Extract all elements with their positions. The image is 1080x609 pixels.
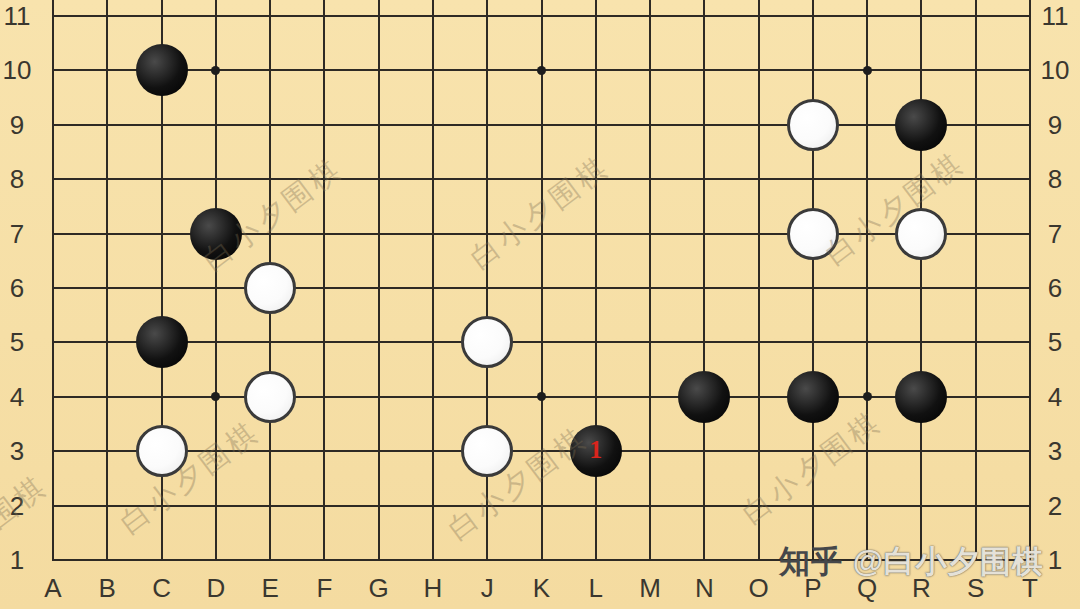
star-point-K10	[537, 66, 546, 75]
row-label-left-6: 6	[10, 273, 24, 304]
col-label-K: K	[533, 573, 550, 604]
grid-hline-2	[52, 505, 1031, 507]
stone-black-N4[interactable]	[678, 371, 730, 423]
row-label-right-8: 8	[1048, 164, 1062, 195]
col-label-E: E	[261, 573, 278, 604]
star-point-Q4	[863, 392, 872, 401]
grid-hline-8	[52, 178, 1031, 180]
grid-hline-6	[52, 287, 1031, 289]
col-label-A: A	[44, 573, 61, 604]
col-label-N: N	[695, 573, 714, 604]
grid-hline-5	[52, 341, 1031, 343]
col-label-O: O	[749, 573, 769, 604]
stone-white-P9[interactable]	[787, 99, 839, 151]
grid-vline-M	[649, 0, 651, 561]
watermark-text-3: 白小夕围棋	[817, 143, 973, 274]
grid-vline-S	[975, 0, 977, 561]
grid-vline-R	[920, 0, 922, 561]
row-label-right-10: 10	[1041, 55, 1070, 86]
row-label-right-6: 6	[1048, 273, 1062, 304]
col-label-G: G	[369, 573, 389, 604]
grid-vline-A	[52, 0, 54, 561]
grid-vline-B	[106, 0, 108, 561]
col-label-D: D	[206, 573, 225, 604]
stone-white-E6[interactable]	[244, 262, 296, 314]
row-label-right-2: 2	[1048, 490, 1062, 521]
col-label-M: M	[639, 573, 661, 604]
credit-separator	[843, 544, 853, 579]
grid-vline-Q	[866, 0, 868, 561]
row-label-left-8: 8	[10, 164, 24, 195]
row-label-right-7: 7	[1048, 218, 1062, 249]
row-label-left-10: 10	[3, 55, 32, 86]
stone-black-R4[interactable]	[895, 371, 947, 423]
star-point-K4	[537, 392, 546, 401]
row-label-left-5: 5	[10, 327, 24, 358]
col-label-J: J	[481, 573, 494, 604]
stone-black-P4[interactable]	[787, 371, 839, 423]
row-label-left-7: 7	[10, 218, 24, 249]
go-board-diagram: 111111010998877665544332211ABCDEFGHJKLMN…	[0, 0, 1080, 609]
stone-black-R9[interactable]	[895, 99, 947, 151]
grid-vline-H	[432, 0, 434, 561]
grid-vline-O	[758, 0, 760, 561]
grid-vline-F	[323, 0, 325, 561]
author-handle: @白小夕围棋	[853, 544, 1044, 579]
grid-vline-N	[703, 0, 705, 561]
stone-white-E4[interactable]	[244, 371, 296, 423]
watermark-text-5: 白小夕围棋	[112, 412, 268, 543]
row-label-right-4: 4	[1048, 381, 1062, 412]
col-label-B: B	[99, 573, 116, 604]
col-label-F: F	[316, 573, 332, 604]
row-label-left-4: 4	[10, 381, 24, 412]
row-label-left-11: 11	[4, 1, 31, 32]
zhihu-logo-text: 知乎	[779, 544, 843, 579]
grid-vline-T	[1029, 0, 1031, 561]
row-label-right-5: 5	[1048, 327, 1062, 358]
row-label-right-11: 11	[1042, 1, 1069, 32]
star-point-D4	[211, 392, 220, 401]
grid-hline-9	[52, 124, 1031, 126]
col-label-C: C	[152, 573, 171, 604]
stone-black-C10[interactable]	[136, 44, 188, 96]
star-point-D10	[211, 66, 220, 75]
grid-vline-G	[378, 0, 380, 561]
row-label-left-1: 1	[10, 545, 24, 576]
col-label-H: H	[424, 573, 443, 604]
row-label-right-1: 1	[1048, 545, 1062, 576]
zhihu-credit-watermark: 知乎 @白小夕围棋	[779, 541, 1044, 583]
row-label-left-3: 3	[10, 436, 24, 467]
star-point-Q10	[863, 66, 872, 75]
col-label-L: L	[589, 573, 603, 604]
row-label-right-9: 9	[1048, 109, 1062, 140]
stone-white-J5[interactable]	[461, 316, 513, 368]
row-label-left-9: 9	[10, 109, 24, 140]
grid-hline-11	[52, 15, 1031, 17]
row-label-right-3: 3	[1048, 436, 1062, 467]
stone-black-C5[interactable]	[136, 316, 188, 368]
